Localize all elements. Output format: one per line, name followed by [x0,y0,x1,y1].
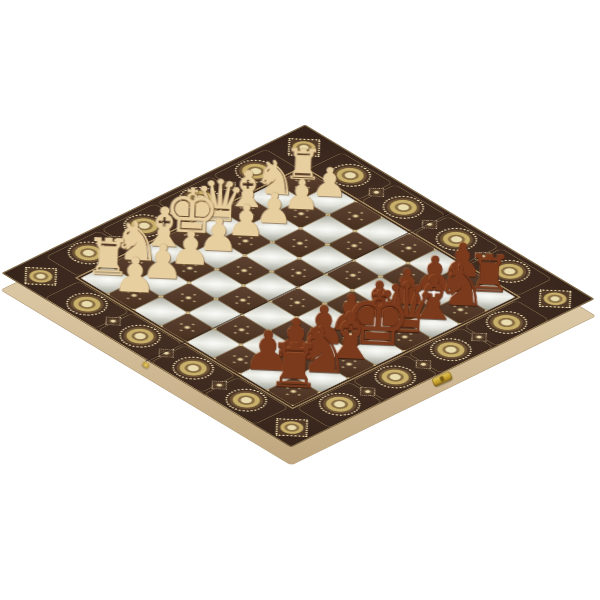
chess-piece-black-rook-h8[interactable]: ♜ [266,335,322,397]
small-diamond-motif-icon [416,360,431,369]
corner-rosette-icon [24,267,57,286]
small-diamond-motif-icon [471,332,486,341]
chess-piece-white-pawn-h2[interactable]: ♟ [112,250,157,300]
chess-set-scene: ♜♟♞♟♝♟♛♟♚♟♝♟♟♞♜♟♟♜♞♟♟♝♟♛♟♚♟♝♟♞♟♜ [0,0,600,600]
corner-rosette-icon [539,289,572,308]
corner-rosette-icon [275,418,308,437]
small-diamond-motif-icon [212,380,227,389]
small-diamond-motif-icon [369,187,384,196]
small-diamond-motif-icon [105,316,120,325]
small-diamond-motif-icon [360,387,375,396]
